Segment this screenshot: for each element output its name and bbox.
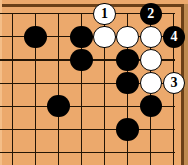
white-stone bbox=[93, 26, 116, 49]
white-stone bbox=[140, 26, 163, 49]
go-board: 1243 bbox=[0, 0, 188, 165]
white-stone-move-1: 1 bbox=[93, 3, 116, 26]
black-stone bbox=[116, 49, 139, 72]
move-number-label: 4 bbox=[170, 29, 177, 43]
black-stone bbox=[140, 95, 163, 118]
grid-line-horizontal bbox=[0, 152, 175, 153]
black-stone bbox=[24, 26, 47, 49]
move-number-label: 2 bbox=[147, 6, 154, 20]
black-stone bbox=[70, 49, 93, 72]
black-stone bbox=[70, 26, 93, 49]
black-stone bbox=[116, 72, 139, 95]
move-number-label: 1 bbox=[101, 6, 108, 20]
black-stone bbox=[116, 118, 139, 141]
grid-line-horizontal bbox=[0, 129, 175, 130]
white-stone bbox=[116, 26, 139, 49]
white-stone bbox=[140, 49, 163, 72]
black-stone-move-2: 2 bbox=[140, 3, 163, 26]
black-stone bbox=[47, 95, 70, 118]
white-stone bbox=[140, 72, 163, 95]
move-number-label: 3 bbox=[170, 76, 177, 90]
